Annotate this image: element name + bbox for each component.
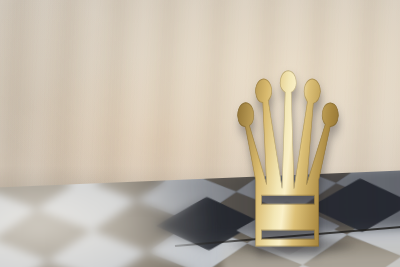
- depth-of-field-blur: [0, 178, 219, 267]
- chess-photo-scene: ♛: [0, 0, 400, 267]
- gold-queen-piece: ♛: [221, 43, 354, 267]
